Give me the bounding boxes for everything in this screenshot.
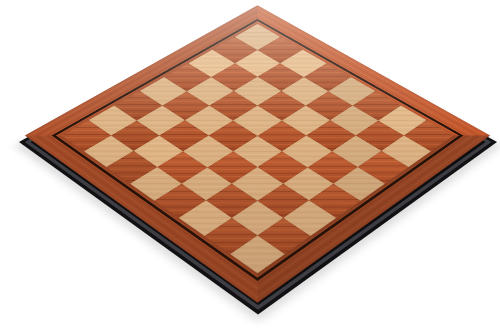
chess-board-frame [25,5,490,302]
chess-board-product-photo [0,0,500,330]
chess-board-grid [62,23,454,272]
